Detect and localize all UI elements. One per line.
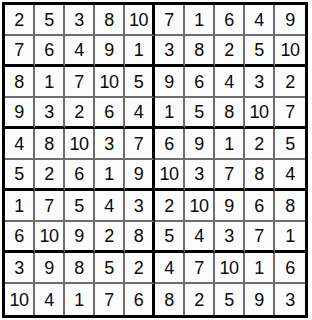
cell-r6c9[interactable]: 8	[245, 160, 275, 191]
cell-r1c2[interactable]: 5	[35, 5, 65, 36]
cell-r8c2[interactable]: 10	[35, 222, 65, 253]
cell-r5c3[interactable]: 10	[65, 129, 95, 160]
cell-r6c8[interactable]: 7	[215, 160, 245, 191]
cell-r1c9[interactable]: 4	[245, 5, 275, 36]
cell-r2c4[interactable]: 9	[95, 36, 125, 67]
cell-r10c7[interactable]: 2	[185, 284, 215, 315]
cell-r3c9[interactable]: 3	[245, 67, 275, 98]
cell-r4c10[interactable]: 7	[275, 98, 305, 129]
cell-r8c8[interactable]: 3	[215, 222, 245, 253]
cell-r4c3[interactable]: 2	[65, 98, 95, 129]
cell-r4c9[interactable]: 10	[245, 98, 275, 129]
cell-r7c1[interactable]: 1	[5, 191, 35, 222]
cell-r3c8[interactable]: 4	[215, 67, 245, 98]
cell-r4c7[interactable]: 5	[185, 98, 215, 129]
cell-r4c5[interactable]: 4	[125, 98, 155, 129]
cell-r6c10[interactable]: 4	[275, 160, 305, 191]
cell-r8c1[interactable]: 6	[5, 222, 35, 253]
cell-r1c3[interactable]: 3	[65, 5, 95, 36]
cell-r8c9[interactable]: 7	[245, 222, 275, 253]
cell-r2c5[interactable]: 1	[125, 36, 155, 67]
cell-r8c7[interactable]: 4	[185, 222, 215, 253]
cell-r6c3[interactable]: 6	[65, 160, 95, 191]
cell-r5c10[interactable]: 5	[275, 129, 305, 160]
cell-r8c4[interactable]: 2	[95, 222, 125, 253]
cell-r9c7[interactable]: 7	[185, 253, 215, 284]
cell-r4c6[interactable]: 1	[155, 98, 185, 129]
cell-r2c7[interactable]: 8	[185, 36, 215, 67]
cell-r5c7[interactable]: 9	[185, 129, 215, 160]
cell-r10c5[interactable]: 6	[125, 284, 155, 315]
cell-r5c4[interactable]: 3	[95, 129, 125, 160]
cell-r3c1[interactable]: 8	[5, 67, 35, 98]
cell-r10c9[interactable]: 9	[245, 284, 275, 315]
cell-r3c6[interactable]: 9	[155, 67, 185, 98]
cell-r1c10[interactable]: 9	[275, 5, 305, 36]
sudoku-board: 2538107164976491382510817105964329326415…	[2, 2, 308, 318]
cell-r1c1[interactable]: 2	[5, 5, 35, 36]
cell-r7c5[interactable]: 3	[125, 191, 155, 222]
cell-r5c6[interactable]: 6	[155, 129, 185, 160]
cell-r1c4[interactable]: 8	[95, 5, 125, 36]
cell-r3c3[interactable]: 7	[65, 67, 95, 98]
cell-r3c5[interactable]: 5	[125, 67, 155, 98]
cell-r6c6[interactable]: 10	[155, 160, 185, 191]
cell-r9c9[interactable]: 1	[245, 253, 275, 284]
cell-r9c5[interactable]: 2	[125, 253, 155, 284]
cell-r8c5[interactable]: 8	[125, 222, 155, 253]
cell-r3c10[interactable]: 2	[275, 67, 305, 98]
cell-r7c4[interactable]: 4	[95, 191, 125, 222]
cell-r9c2[interactable]: 9	[35, 253, 65, 284]
cell-r2c2[interactable]: 6	[35, 36, 65, 67]
cell-r1c6[interactable]: 7	[155, 5, 185, 36]
cell-r9c3[interactable]: 8	[65, 253, 95, 284]
cell-r1c7[interactable]: 1	[185, 5, 215, 36]
cell-r10c10[interactable]: 3	[275, 284, 305, 315]
cell-r4c1[interactable]: 9	[5, 98, 35, 129]
cell-r9c10[interactable]: 6	[275, 253, 305, 284]
cell-r4c2[interactable]: 3	[35, 98, 65, 129]
cell-r9c6[interactable]: 4	[155, 253, 185, 284]
cell-r8c3[interactable]: 9	[65, 222, 95, 253]
cell-r3c7[interactable]: 6	[185, 67, 215, 98]
cell-r3c4[interactable]: 10	[95, 67, 125, 98]
cell-r7c6[interactable]: 2	[155, 191, 185, 222]
cell-r5c5[interactable]: 7	[125, 129, 155, 160]
cell-r6c1[interactable]: 5	[5, 160, 35, 191]
cell-r7c9[interactable]: 6	[245, 191, 275, 222]
cell-r2c9[interactable]: 5	[245, 36, 275, 67]
cell-r1c5[interactable]: 10	[125, 5, 155, 36]
cell-r1c8[interactable]: 6	[215, 5, 245, 36]
cell-r9c4[interactable]: 5	[95, 253, 125, 284]
cell-r5c2[interactable]: 8	[35, 129, 65, 160]
cell-r2c8[interactable]: 2	[215, 36, 245, 67]
cell-r6c4[interactable]: 1	[95, 160, 125, 191]
cell-r10c1[interactable]: 10	[5, 284, 35, 315]
cell-r10c3[interactable]: 1	[65, 284, 95, 315]
cell-r3c2[interactable]: 1	[35, 67, 65, 98]
cell-r5c8[interactable]: 1	[215, 129, 245, 160]
cell-r2c1[interactable]: 7	[5, 36, 35, 67]
cell-r2c6[interactable]: 3	[155, 36, 185, 67]
cell-r8c10[interactable]: 1	[275, 222, 305, 253]
cell-r6c2[interactable]: 2	[35, 160, 65, 191]
cell-r4c8[interactable]: 8	[215, 98, 245, 129]
cell-r10c2[interactable]: 4	[35, 284, 65, 315]
cell-r9c8[interactable]: 10	[215, 253, 245, 284]
cell-r7c10[interactable]: 8	[275, 191, 305, 222]
page: { "game": "sudoku", "variant": "10x10 su…	[0, 0, 312, 320]
cell-r7c2[interactable]: 7	[35, 191, 65, 222]
cell-r6c7[interactable]: 3	[185, 160, 215, 191]
cell-r7c3[interactable]: 5	[65, 191, 95, 222]
cell-r4c4[interactable]: 6	[95, 98, 125, 129]
cell-r6c5[interactable]: 9	[125, 160, 155, 191]
cell-r5c9[interactable]: 2	[245, 129, 275, 160]
cell-r2c10[interactable]: 10	[275, 36, 305, 67]
cell-r2c3[interactable]: 4	[65, 36, 95, 67]
cell-r5c1[interactable]: 4	[5, 129, 35, 160]
cell-r9c1[interactable]: 3	[5, 253, 35, 284]
cell-r10c4[interactable]: 7	[95, 284, 125, 315]
cell-r10c6[interactable]: 8	[155, 284, 185, 315]
cell-r7c7[interactable]: 10	[185, 191, 215, 222]
cell-r7c8[interactable]: 9	[215, 191, 245, 222]
cell-r8c6[interactable]: 5	[155, 222, 185, 253]
cell-r10c8[interactable]: 5	[215, 284, 245, 315]
